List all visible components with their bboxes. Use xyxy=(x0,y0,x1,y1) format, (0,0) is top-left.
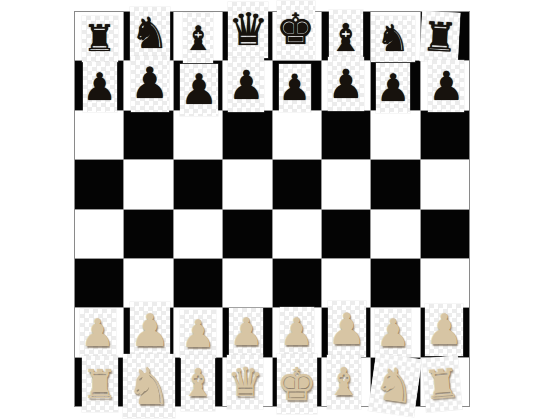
white-bishop-glyph: ♝ xyxy=(181,364,215,402)
black-queen-glyph: ♛ xyxy=(228,7,268,52)
piece-white-pawn-d2[interactable]: ♟ xyxy=(229,308,263,356)
square-h3[interactable] xyxy=(421,259,469,307)
black-knight-glyph: ♞ xyxy=(131,12,170,55)
square-b4[interactable] xyxy=(124,210,172,258)
square-h5[interactable] xyxy=(421,160,469,208)
white-rook-glyph: ♜ xyxy=(423,363,462,406)
square-d6[interactable] xyxy=(223,111,271,159)
piece-white-pawn-a2[interactable]: ♟ xyxy=(80,309,116,357)
white-king-glyph: ♚ xyxy=(276,362,316,407)
square-c4[interactable] xyxy=(174,210,222,258)
black-pawn-glyph: ♟ xyxy=(376,69,410,107)
piece-black-bishop-c8[interactable]: ♝ xyxy=(183,13,213,63)
square-e5[interactable] xyxy=(273,160,321,208)
piece-white-rook-a1[interactable]: ♜ xyxy=(82,356,118,412)
square-e3[interactable] xyxy=(273,259,321,307)
square-g4[interactable] xyxy=(371,210,419,258)
piece-black-pawn-f7[interactable]: ♟ xyxy=(328,57,364,111)
square-a6[interactable] xyxy=(75,111,123,159)
piece-black-rook-h8[interactable]: ♜ xyxy=(420,11,461,63)
piece-black-rook-a8[interactable]: ♜ xyxy=(82,16,118,62)
white-knight-glyph: ♞ xyxy=(126,361,172,412)
white-knight-glyph: ♞ xyxy=(371,360,418,411)
black-pawn-glyph: ♟ xyxy=(328,64,364,104)
piece-white-pawn-b2[interactable]: ♟ xyxy=(130,302,170,358)
square-e6[interactable] xyxy=(273,111,321,159)
black-bishop-glyph: ♝ xyxy=(183,21,213,55)
square-f4[interactable] xyxy=(322,210,370,258)
piece-white-knight-g1[interactable]: ♞ xyxy=(368,353,422,417)
white-pawn-glyph: ♟ xyxy=(81,314,115,352)
black-pawn-glyph: ♟ xyxy=(278,70,310,106)
square-g6[interactable] xyxy=(371,111,419,159)
piece-white-bishop-f1[interactable]: ♝ xyxy=(327,355,361,409)
piece-black-queen-d8[interactable]: ♛ xyxy=(228,2,268,58)
square-d5[interactable] xyxy=(223,160,271,208)
white-pawn-glyph: ♟ xyxy=(426,309,464,351)
piece-white-pawn-c2[interactable]: ♟ xyxy=(180,310,216,358)
square-d3[interactable] xyxy=(223,259,271,307)
square-b5[interactable] xyxy=(124,160,172,208)
square-a3[interactable] xyxy=(75,259,123,307)
black-rook-glyph: ♜ xyxy=(421,16,459,58)
black-pawn-glyph: ♟ xyxy=(428,66,464,106)
piece-white-pawn-f2[interactable]: ♟ xyxy=(328,301,366,357)
white-pawn-glyph: ♟ xyxy=(328,308,367,351)
piece-white-queen-d1[interactable]: ♛ xyxy=(227,355,263,409)
square-f5[interactable] xyxy=(322,160,370,208)
square-b6[interactable] xyxy=(124,111,172,159)
square-f6[interactable] xyxy=(322,111,370,159)
white-rook-glyph: ♜ xyxy=(82,364,118,404)
piece-black-pawn-e7[interactable]: ♟ xyxy=(279,64,311,112)
white-pawn-glyph: ♟ xyxy=(280,313,314,351)
square-a4[interactable] xyxy=(75,210,123,258)
square-a5[interactable] xyxy=(75,160,123,208)
piece-white-knight-b1[interactable]: ♞ xyxy=(123,354,175,418)
black-knight-glyph: ♞ xyxy=(377,20,410,57)
piece-white-pawn-e2[interactable]: ♟ xyxy=(280,307,314,357)
piece-black-pawn-c7[interactable]: ♟ xyxy=(180,64,218,116)
piece-black-knight-g8[interactable]: ♞ xyxy=(371,16,415,62)
piece-black-knight-b8[interactable]: ♞ xyxy=(130,7,170,61)
square-c5[interactable] xyxy=(174,160,222,208)
black-pawn-glyph: ♟ xyxy=(131,62,170,105)
white-bishop-glyph: ♝ xyxy=(327,363,361,401)
square-c3[interactable] xyxy=(174,259,222,307)
white-pawn-glyph: ♟ xyxy=(229,313,263,351)
black-bishop-glyph: ♝ xyxy=(329,19,363,57)
black-king-glyph: ♚ xyxy=(276,8,315,51)
white-pawn-glyph: ♟ xyxy=(130,308,170,353)
black-pawn-glyph: ♟ xyxy=(228,65,264,105)
piece-white-pawn-g2[interactable]: ♟ xyxy=(375,309,411,357)
piece-black-pawn-d7[interactable]: ♟ xyxy=(228,58,264,112)
piece-white-pawn-h2[interactable]: ♟ xyxy=(425,304,463,356)
white-pawn-glyph: ♟ xyxy=(181,315,215,353)
square-e4[interactable] xyxy=(273,210,321,258)
piece-black-pawn-h7[interactable]: ♟ xyxy=(428,60,464,112)
piece-black-pawn-a7[interactable]: ♟ xyxy=(83,62,117,112)
square-c6[interactable] xyxy=(174,111,222,159)
black-pawn-glyph: ♟ xyxy=(83,68,117,106)
white-queen-glyph: ♛ xyxy=(227,362,263,402)
square-g3[interactable] xyxy=(371,259,419,307)
black-pawn-glyph: ♟ xyxy=(180,69,218,111)
page-background: ♜♞♝♛♚♝♞♜♟♟♟♟♟♟♟♟♟♟♟♟♟♟♟♟♜♞♝♛♚♝♞♜ xyxy=(0,0,560,420)
white-pawn-glyph: ♟ xyxy=(376,314,410,352)
piece-white-rook-h1[interactable]: ♜ xyxy=(422,356,463,413)
piece-black-pawn-g7[interactable]: ♟ xyxy=(376,63,410,113)
square-h6[interactable] xyxy=(421,111,469,159)
black-rook-glyph: ♜ xyxy=(83,20,116,57)
square-g5[interactable] xyxy=(371,160,419,208)
square-f3[interactable] xyxy=(322,259,370,307)
square-d4[interactable] xyxy=(223,210,271,258)
square-b3[interactable] xyxy=(124,259,172,307)
square-h4[interactable] xyxy=(421,210,469,258)
piece-black-pawn-b7[interactable]: ♟ xyxy=(131,56,169,112)
piece-black-king-e8[interactable]: ♚ xyxy=(277,1,315,59)
piece-white-king-e1[interactable]: ♚ xyxy=(277,354,317,414)
piece-white-bishop-c1[interactable]: ♝ xyxy=(181,355,215,411)
chess-board: ♜♞♝♛♚♝♞♜♟♟♟♟♟♟♟♟♟♟♟♟♟♟♟♟♜♞♝♛♚♝♞♜ xyxy=(74,11,470,407)
